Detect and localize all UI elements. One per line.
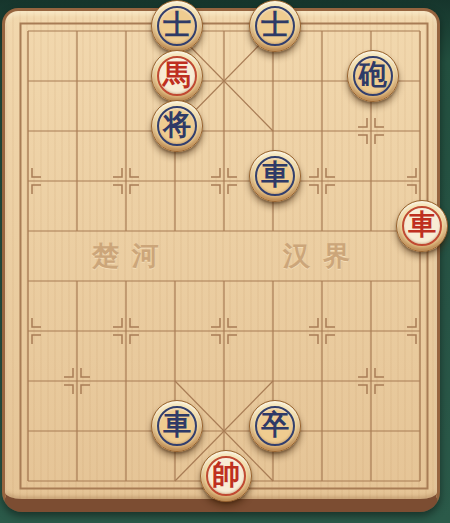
- xiangqi-app-screen: 楚河 汉界 士士馬砲将車車車卒帥: [0, 0, 450, 523]
- piece-face: 馬: [157, 56, 197, 96]
- river-label-han: 汉界: [283, 238, 363, 274]
- piece-black-advisor[interactable]: 士: [249, 0, 301, 52]
- piece-face: 卒: [255, 406, 295, 446]
- piece-glyph: 車: [408, 211, 436, 239]
- piece-glyph: 士: [163, 11, 191, 39]
- piece-red-general[interactable]: 帥: [200, 450, 252, 502]
- piece-glyph: 砲: [359, 61, 387, 89]
- piece-glyph: 将: [163, 111, 191, 139]
- piece-glyph: 馬: [163, 61, 191, 89]
- piece-black-chariot[interactable]: 車: [249, 150, 301, 202]
- piece-glyph: 車: [163, 411, 191, 439]
- piece-black-chariot[interactable]: 車: [151, 400, 203, 452]
- piece-black-cannon[interactable]: 砲: [347, 50, 399, 102]
- piece-black-soldier[interactable]: 卒: [249, 400, 301, 452]
- piece-face: 士: [255, 6, 295, 46]
- piece-face: 車: [255, 156, 295, 196]
- piece-black-advisor[interactable]: 士: [151, 0, 203, 52]
- piece-glyph: 士: [261, 11, 289, 39]
- piece-black-general[interactable]: 将: [151, 100, 203, 152]
- piece-face: 帥: [206, 456, 246, 496]
- river-label-chu: 楚河: [92, 238, 172, 274]
- piece-face: 車: [402, 206, 442, 246]
- piece-face: 将: [157, 106, 197, 146]
- piece-glyph: 卒: [261, 411, 289, 439]
- piece-glyph: 帥: [212, 461, 240, 489]
- piece-red-horse[interactable]: 馬: [151, 50, 203, 102]
- piece-face: 砲: [353, 56, 393, 96]
- piece-glyph: 車: [261, 161, 289, 189]
- piece-red-chariot[interactable]: 車: [396, 200, 448, 252]
- piece-face: 車: [157, 406, 197, 446]
- piece-face: 士: [157, 6, 197, 46]
